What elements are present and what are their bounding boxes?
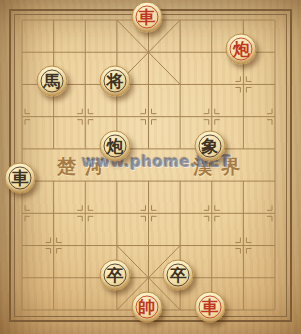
piece-black-cannon[interactable]: 炮	[99, 130, 130, 161]
piece-character: 将	[106, 73, 123, 90]
piece-character: 炮	[233, 41, 250, 58]
piece-red-cannon[interactable]: 炮	[226, 34, 257, 65]
piece-black-horse[interactable]: 馬	[36, 66, 67, 97]
piece-character: 車	[12, 170, 29, 187]
piece-black-elephant[interactable]: 象	[194, 130, 225, 161]
piece-character: 卒	[170, 266, 187, 283]
piece-red-chariot[interactable]: 車	[194, 291, 225, 322]
piece-character: 車	[138, 9, 155, 26]
piece-character: 馬	[43, 73, 60, 90]
piece-character: 帥	[138, 298, 155, 315]
piece-red-general[interactable]: 帥	[131, 291, 162, 322]
xiangqi-board: 楚河 漢界 www.phome.NET 車炮馬将炮象車卒卒帥車	[0, 0, 301, 334]
piece-red-chariot[interactable]: 車	[131, 2, 162, 33]
piece-black-soldier[interactable]: 卒	[163, 259, 194, 290]
piece-character: 卒	[106, 266, 123, 283]
piece-character: 炮	[106, 137, 123, 154]
piece-black-soldier[interactable]: 卒	[99, 259, 130, 290]
piece-character: 象	[201, 137, 218, 154]
piece-black-general[interactable]: 将	[99, 66, 130, 97]
piece-character: 車	[201, 298, 218, 315]
piece-black-chariot[interactable]: 車	[5, 163, 36, 194]
